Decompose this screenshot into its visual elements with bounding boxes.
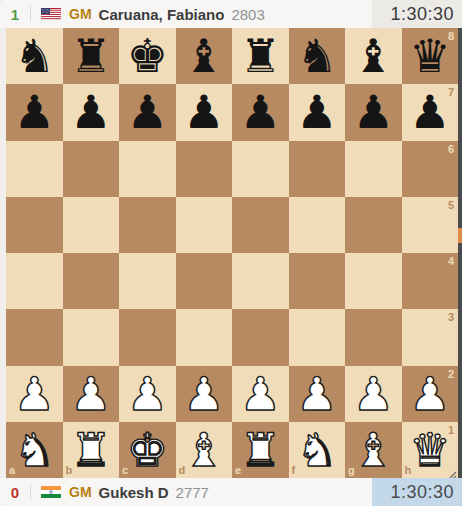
square-c5[interactable] <box>119 197 176 253</box>
square-f4[interactable] <box>289 253 346 309</box>
square-e7[interactable]: ♟ <box>232 84 289 140</box>
square-b2[interactable]: ♟ <box>63 366 120 422</box>
chess-board: ♞♜♚♝♜♞♝♛8♟♟♟♟♟♟♟♟76543♟♟♟♟♟♟♟♟2♞a♜b♚c♝d♜… <box>6 28 458 478</box>
white-pawn[interactable]: ♟ <box>402 366 459 422</box>
square-a1[interactable]: ♞a <box>6 422 63 478</box>
white-pawn[interactable]: ♟ <box>345 366 402 422</box>
black-queen[interactable]: ♛ <box>402 28 459 84</box>
rank-label-3: 3 <box>448 312 454 323</box>
square-d7[interactable]: ♟ <box>176 84 233 140</box>
bar-separator <box>30 484 31 500</box>
square-g1[interactable]: ♝g <box>345 422 402 478</box>
square-h1[interactable]: ♛1h <box>402 422 459 478</box>
bottom-player-bar: 0 GM Gukesh D 2777 1:30:30 <box>0 478 462 506</box>
square-a3[interactable] <box>6 309 63 365</box>
white-bishop[interactable]: ♝ <box>176 422 233 478</box>
square-e2[interactable]: ♟ <box>232 366 289 422</box>
square-f1[interactable]: ♞f <box>289 422 346 478</box>
square-g7[interactable]: ♟ <box>345 84 402 140</box>
square-b6[interactable] <box>63 141 120 197</box>
square-f3[interactable] <box>289 309 346 365</box>
square-e6[interactable] <box>232 141 289 197</box>
white-pawn[interactable]: ♟ <box>289 366 346 422</box>
black-rook[interactable]: ♜ <box>63 28 120 84</box>
top-player-rating: 2803 <box>231 6 264 23</box>
top-player-bar: 1 GM Caruana, Fabiano 2803 1:30:30 <box>0 0 462 28</box>
black-bishop[interactable]: ♝ <box>345 28 402 84</box>
square-h8[interactable]: ♛8 <box>402 28 459 84</box>
square-c4[interactable] <box>119 253 176 309</box>
board-resize-handle[interactable] <box>446 466 457 477</box>
black-rook[interactable]: ♜ <box>232 28 289 84</box>
white-pawn[interactable]: ♟ <box>6 366 63 422</box>
square-g4[interactable] <box>345 253 402 309</box>
board-edge-strip <box>458 28 462 478</box>
white-bishop[interactable]: ♝ <box>345 422 402 478</box>
white-pawn[interactable]: ♟ <box>119 366 176 422</box>
square-a5[interactable] <box>6 197 63 253</box>
white-rook[interactable]: ♜ <box>63 422 120 478</box>
us-flag-icon <box>41 8 61 20</box>
square-c3[interactable] <box>119 309 176 365</box>
india-flag-icon <box>41 486 61 498</box>
black-pawn[interactable]: ♟ <box>232 84 289 140</box>
square-c2[interactable]: ♟ <box>119 366 176 422</box>
top-player-clock: 1:30:30 <box>372 0 462 28</box>
square-h6[interactable]: 6 <box>402 141 459 197</box>
top-player-score: 1 <box>0 6 30 23</box>
square-d5[interactable] <box>176 197 233 253</box>
square-b7[interactable]: ♟ <box>63 84 120 140</box>
black-pawn[interactable]: ♟ <box>63 84 120 140</box>
white-pawn[interactable]: ♟ <box>232 366 289 422</box>
square-c8[interactable]: ♚ <box>119 28 176 84</box>
black-pawn[interactable]: ♟ <box>6 84 63 140</box>
black-pawn[interactable]: ♟ <box>289 84 346 140</box>
square-h4[interactable]: 4 <box>402 253 459 309</box>
black-knight[interactable]: ♞ <box>289 28 346 84</box>
square-h7[interactable]: ♟7 <box>402 84 459 140</box>
board-area: ♞♜♚♝♜♞♝♛8♟♟♟♟♟♟♟♟76543♟♟♟♟♟♟♟♟2♞a♜b♚c♝d♜… <box>0 28 462 478</box>
square-e3[interactable] <box>232 309 289 365</box>
white-king[interactable]: ♚ <box>119 422 176 478</box>
black-pawn[interactable]: ♟ <box>345 84 402 140</box>
square-h2[interactable]: ♟2 <box>402 366 459 422</box>
black-pawn[interactable]: ♟ <box>402 84 459 140</box>
square-h5[interactable]: 5 <box>402 197 459 253</box>
square-d6[interactable] <box>176 141 233 197</box>
square-d1[interactable]: ♝d <box>176 422 233 478</box>
square-c7[interactable]: ♟ <box>119 84 176 140</box>
white-pawn[interactable]: ♟ <box>176 366 233 422</box>
black-bishop[interactable]: ♝ <box>176 28 233 84</box>
black-king[interactable]: ♚ <box>119 28 176 84</box>
white-pawn[interactable]: ♟ <box>63 366 120 422</box>
square-d3[interactable] <box>176 309 233 365</box>
bar-separator <box>30 6 31 22</box>
square-c1[interactable]: ♚c <box>119 422 176 478</box>
top-player-title: GM <box>69 6 92 22</box>
black-pawn[interactable]: ♟ <box>119 84 176 140</box>
square-b1[interactable]: ♜b <box>63 422 120 478</box>
chess-broadcast-widget: 1 GM Caruana, Fabiano 2803 1:30:30 ♞♜♚♝♜… <box>0 0 462 506</box>
square-b8[interactable]: ♜ <box>63 28 120 84</box>
square-e1[interactable]: ♜e <box>232 422 289 478</box>
square-h3[interactable]: 3 <box>402 309 459 365</box>
square-a8[interactable]: ♞ <box>6 28 63 84</box>
square-b5[interactable] <box>63 197 120 253</box>
square-g2[interactable]: ♟ <box>345 366 402 422</box>
square-f7[interactable]: ♟ <box>289 84 346 140</box>
bottom-player-clock: 1:30:30 <box>372 478 462 506</box>
square-f6[interactable] <box>289 141 346 197</box>
white-rook[interactable]: ♜ <box>232 422 289 478</box>
edge-position-marker <box>458 228 462 243</box>
bottom-player-name: Gukesh D <box>99 484 169 501</box>
square-b4[interactable] <box>63 253 120 309</box>
black-pawn[interactable]: ♟ <box>176 84 233 140</box>
square-a6[interactable] <box>6 141 63 197</box>
square-d2[interactable]: ♟ <box>176 366 233 422</box>
square-e5[interactable] <box>232 197 289 253</box>
square-c6[interactable] <box>119 141 176 197</box>
square-g6[interactable] <box>345 141 402 197</box>
square-a4[interactable] <box>6 253 63 309</box>
rank-label-5: 5 <box>448 200 454 211</box>
white-knight[interactable]: ♞ <box>6 422 63 478</box>
square-d4[interactable] <box>176 253 233 309</box>
bottom-player-title: GM <box>69 484 92 500</box>
square-e8[interactable]: ♜ <box>232 28 289 84</box>
black-knight[interactable]: ♞ <box>6 28 63 84</box>
top-player-name: Caruana, Fabiano <box>99 6 225 23</box>
bottom-player-score: 0 <box>0 484 30 501</box>
square-b3[interactable] <box>63 309 120 365</box>
square-e4[interactable] <box>232 253 289 309</box>
rank-label-4: 4 <box>448 256 454 267</box>
square-d8[interactable]: ♝ <box>176 28 233 84</box>
square-g3[interactable] <box>345 309 402 365</box>
square-g5[interactable] <box>345 197 402 253</box>
rank-label-6: 6 <box>448 144 454 155</box>
white-knight[interactable]: ♞ <box>289 422 346 478</box>
bottom-player-rating: 2777 <box>176 484 209 501</box>
square-a7[interactable]: ♟ <box>6 84 63 140</box>
square-f8[interactable]: ♞ <box>289 28 346 84</box>
square-f5[interactable] <box>289 197 346 253</box>
square-g8[interactable]: ♝ <box>345 28 402 84</box>
square-f2[interactable]: ♟ <box>289 366 346 422</box>
square-a2[interactable]: ♟ <box>6 366 63 422</box>
